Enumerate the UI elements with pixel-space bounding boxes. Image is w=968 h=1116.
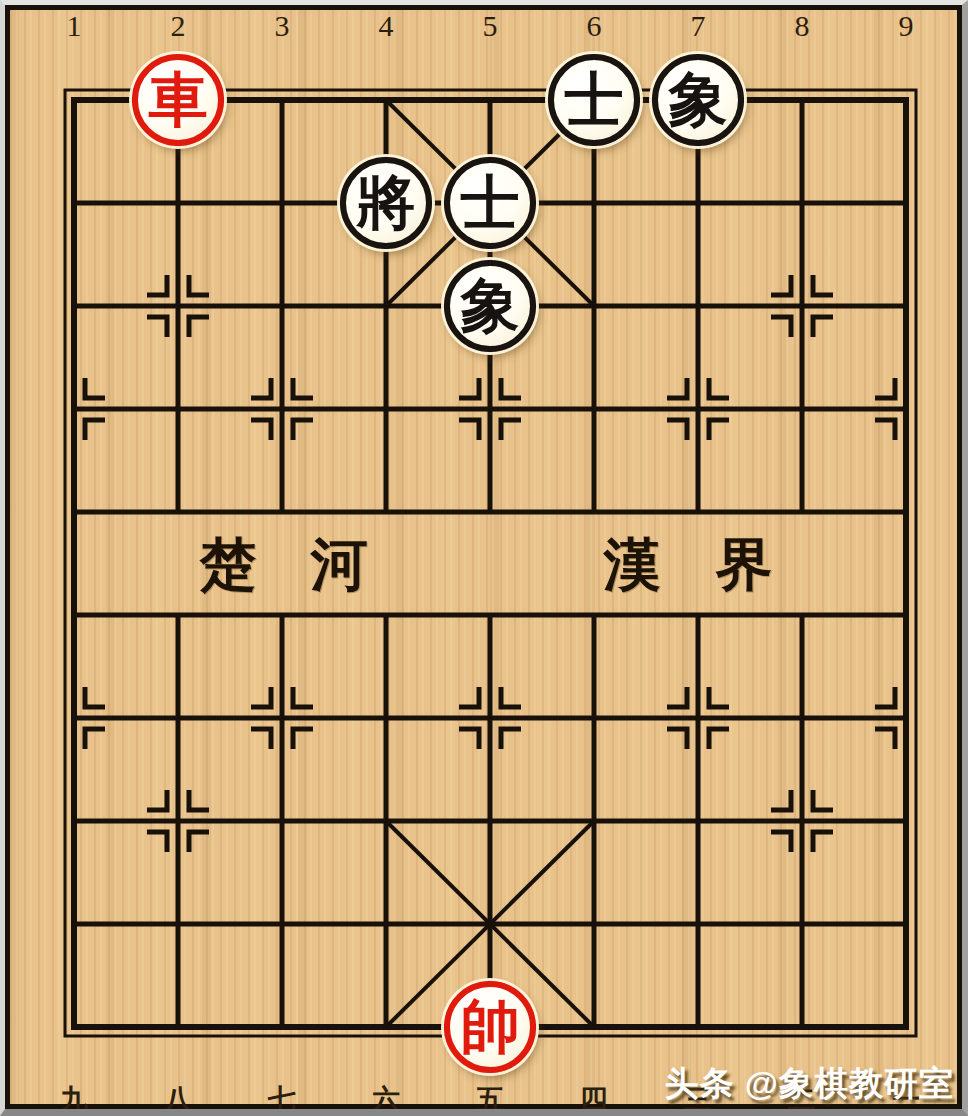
- bottom-coordinate-label: 九: [52, 1081, 96, 1116]
- black-advisor[interactable]: 士: [548, 54, 640, 146]
- black-elephant[interactable]: 象: [444, 260, 536, 352]
- bottom-coordinate-label: 五: [468, 1081, 512, 1116]
- piece-grid: 車士象將士象帥: [22, 48, 958, 1078]
- red-chariot[interactable]: 車: [132, 54, 224, 146]
- bottom-coordinate-label: 四: [572, 1081, 616, 1116]
- top-coordinate-label: 5: [468, 9, 512, 43]
- red-general[interactable]: 帥: [444, 981, 536, 1073]
- piece-glyph: 象: [461, 275, 520, 336]
- xiangqi-screenshot: 123456789 九八七六五四三二一 楚 河 漢 界 車士象將士象帥 头条 @…: [0, 0, 968, 1116]
- black-advisor[interactable]: 士: [444, 157, 536, 249]
- top-coordinate-label: 7: [676, 9, 720, 43]
- top-coordinate-label: 4: [364, 9, 408, 43]
- piece-glyph: 士: [565, 69, 624, 130]
- black-elephant[interactable]: 象: [652, 54, 744, 146]
- piece-glyph: 車: [149, 69, 208, 130]
- top-coordinate-label: 3: [260, 9, 304, 43]
- top-coordinate-label: 9: [884, 9, 928, 43]
- bottom-coordinate-label: 八: [156, 1081, 200, 1116]
- bottom-coordinate-label: 七: [260, 1081, 304, 1116]
- piece-glyph: 士: [461, 172, 520, 233]
- top-coordinate-label: 8: [780, 9, 824, 43]
- piece-glyph: 象: [669, 69, 728, 130]
- piece-glyph: 將: [357, 172, 416, 233]
- piece-glyph: 帥: [461, 996, 520, 1057]
- black-general[interactable]: 將: [340, 157, 432, 249]
- bottom-coordinate-label: 六: [364, 1081, 408, 1116]
- watermark-text: 头条 @象棋教研室: [664, 1061, 954, 1107]
- top-coordinate-label: 6: [572, 9, 616, 43]
- top-coordinate-label: 1: [52, 9, 96, 43]
- top-coordinate-label: 2: [156, 9, 200, 43]
